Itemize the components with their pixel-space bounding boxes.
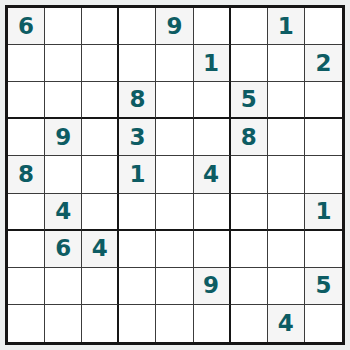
cell-r3c1[interactable]	[8, 82, 45, 119]
cell-r2c9[interactable]: 2	[305, 45, 342, 82]
cell-r2c4[interactable]	[119, 45, 156, 82]
cell-r2c8[interactable]	[268, 45, 305, 82]
cell-r8c1[interactable]	[8, 268, 45, 305]
cell-r5c4[interactable]: 1	[119, 156, 156, 193]
cell-r1c8[interactable]: 1	[268, 8, 305, 45]
cell-r6c4[interactable]	[119, 194, 156, 231]
cell-r7c8[interactable]	[268, 231, 305, 268]
cell-r9c4[interactable]	[119, 305, 156, 342]
cell-r6c8[interactable]	[268, 194, 305, 231]
cell-r6c6[interactable]	[194, 194, 231, 231]
cell-r2c7[interactable]	[231, 45, 268, 82]
cell-r1c9[interactable]	[305, 8, 342, 45]
cell-r3c9[interactable]	[305, 82, 342, 119]
cell-r6c1[interactable]	[8, 194, 45, 231]
cell-r1c7[interactable]	[231, 8, 268, 45]
cell-r8c6[interactable]: 9	[194, 268, 231, 305]
cell-r8c2[interactable]	[45, 268, 82, 305]
cell-r3c6[interactable]	[194, 82, 231, 119]
cell-r4c9[interactable]	[305, 119, 342, 156]
cell-r6c2[interactable]: 4	[45, 194, 82, 231]
cell-r7c6[interactable]	[194, 231, 231, 268]
cell-r4c7[interactable]: 8	[231, 119, 268, 156]
cell-r2c5[interactable]	[156, 45, 193, 82]
cell-r7c2[interactable]: 6	[45, 231, 82, 268]
cell-r5c2[interactable]	[45, 156, 82, 193]
cell-r5c9[interactable]	[305, 156, 342, 193]
cell-r8c4[interactable]	[119, 268, 156, 305]
cell-r2c2[interactable]	[45, 45, 82, 82]
cell-r4c1[interactable]	[8, 119, 45, 156]
cell-r9c7[interactable]	[231, 305, 268, 342]
cell-r1c3[interactable]	[82, 8, 119, 45]
cell-r1c6[interactable]	[194, 8, 231, 45]
cell-r2c6[interactable]: 1	[194, 45, 231, 82]
cell-r3c8[interactable]	[268, 82, 305, 119]
cell-r6c7[interactable]	[231, 194, 268, 231]
cell-r7c3[interactable]: 4	[82, 231, 119, 268]
cell-r1c5[interactable]: 9	[156, 8, 193, 45]
cell-r2c1[interactable]	[8, 45, 45, 82]
cell-r4c6[interactable]	[194, 119, 231, 156]
cell-r7c9[interactable]	[305, 231, 342, 268]
cell-r7c4[interactable]	[119, 231, 156, 268]
cell-r9c2[interactable]	[45, 305, 82, 342]
cell-r8c8[interactable]	[268, 268, 305, 305]
cell-r5c7[interactable]	[231, 156, 268, 193]
cell-r5c1[interactable]: 8	[8, 156, 45, 193]
cell-r3c5[interactable]	[156, 82, 193, 119]
cell-r5c6[interactable]: 4	[194, 156, 231, 193]
cell-r1c1[interactable]: 6	[8, 8, 45, 45]
cell-r1c2[interactable]	[45, 8, 82, 45]
cell-r3c2[interactable]	[45, 82, 82, 119]
cell-r2c3[interactable]	[82, 45, 119, 82]
cell-r7c5[interactable]	[156, 231, 193, 268]
sudoku-board: 69112859388144164954	[5, 5, 345, 345]
cell-r8c7[interactable]	[231, 268, 268, 305]
cell-r4c5[interactable]	[156, 119, 193, 156]
cell-r4c2[interactable]: 9	[45, 119, 82, 156]
cell-r9c3[interactable]	[82, 305, 119, 342]
cell-r3c3[interactable]	[82, 82, 119, 119]
cell-r9c6[interactable]	[194, 305, 231, 342]
cell-r7c1[interactable]	[8, 231, 45, 268]
cell-r4c3[interactable]	[82, 119, 119, 156]
cell-r8c5[interactable]	[156, 268, 193, 305]
cell-r3c7[interactable]: 5	[231, 82, 268, 119]
cell-r5c8[interactable]	[268, 156, 305, 193]
cell-r8c9[interactable]: 5	[305, 268, 342, 305]
cell-r6c9[interactable]: 1	[305, 194, 342, 231]
cell-r9c1[interactable]	[8, 305, 45, 342]
cell-r3c4[interactable]: 8	[119, 82, 156, 119]
cell-r6c5[interactable]	[156, 194, 193, 231]
cell-r4c8[interactable]	[268, 119, 305, 156]
cell-r9c9[interactable]	[305, 305, 342, 342]
cell-r9c8[interactable]: 4	[268, 305, 305, 342]
cell-r6c3[interactable]	[82, 194, 119, 231]
cell-r9c5[interactable]	[156, 305, 193, 342]
cell-r7c7[interactable]	[231, 231, 268, 268]
cell-r8c3[interactable]	[82, 268, 119, 305]
cell-r4c4[interactable]: 3	[119, 119, 156, 156]
cell-r1c4[interactable]	[119, 8, 156, 45]
cell-r5c5[interactable]	[156, 156, 193, 193]
cell-r5c3[interactable]	[82, 156, 119, 193]
